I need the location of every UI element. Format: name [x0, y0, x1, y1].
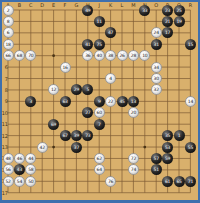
stone-white-14-R9[interactable]: 14	[185, 96, 196, 107]
stone-white-42-D13[interactable]: 42	[37, 142, 48, 153]
stone-white-66-A5[interactable]: 66	[3, 50, 14, 61]
hoshi-point	[143, 146, 146, 149]
column-label-O: O	[152, 2, 160, 8]
hoshi-point	[52, 54, 55, 57]
stone-black-37-G13[interactable]: 37	[71, 142, 82, 153]
stone-black-63-F9[interactable]: 63	[60, 96, 71, 107]
stone-black-69-E11[interactable]: 69	[48, 119, 59, 130]
stone-white-56-A15[interactable]: 56	[3, 164, 14, 175]
row-label-10: 10	[1, 110, 8, 116]
stone-black-31-O4[interactable]: 31	[151, 39, 162, 50]
stone-white-26-L5[interactable]: 26	[117, 50, 128, 61]
stone-white-54-B16[interactable]: 54	[14, 176, 25, 187]
stone-black-19-Q2[interactable]: 19	[174, 16, 185, 27]
stone-black-45-L9[interactable]: 45	[117, 96, 128, 107]
column-label-M: M	[129, 2, 137, 8]
stone-black-65-Q16[interactable]: 65	[174, 176, 185, 187]
stone-white-6-A3[interactable]: 6	[3, 27, 14, 38]
stone-white-16-F6[interactable]: 16	[60, 62, 71, 73]
stone-black-61-P16[interactable]: 61	[162, 176, 173, 187]
column-label-K: K	[107, 2, 115, 8]
column-label-J: J	[95, 2, 103, 8]
stone-white-52-A16[interactable]: 52	[3, 176, 14, 187]
row-label-11: 11	[1, 121, 8, 127]
stone-black-7-J11[interactable]: 7	[94, 119, 105, 130]
stone-white-30-O7[interactable]: 30	[151, 73, 162, 84]
stone-white-2-A1[interactable]: 2	[3, 5, 14, 16]
row-label-12: 12	[1, 133, 8, 139]
column-label-G: G	[72, 2, 80, 8]
stone-black-39-G12[interactable]: 39	[71, 130, 82, 141]
stone-white-24-O3[interactable]: 24	[151, 27, 162, 38]
stone-black-57-O14[interactable]: 57	[151, 153, 162, 164]
stone-black-15-R4[interactable]: 15	[185, 39, 196, 50]
stone-black-59-P14[interactable]: 59	[162, 153, 173, 164]
stone-white-8-A2[interactable]: 8	[3, 16, 14, 27]
stone-black-9-J9[interactable]: 9	[94, 96, 105, 107]
row-label-17: 17	[1, 190, 8, 196]
stone-white-46-B14[interactable]: 46	[14, 153, 25, 164]
column-label-C: C	[27, 2, 35, 8]
stone-black-33-N1[interactable]: 33	[139, 5, 150, 16]
stone-black-11-J2[interactable]: 11	[94, 16, 105, 27]
column-label-L: L	[118, 2, 126, 8]
row-label-7: 7	[1, 76, 8, 82]
go-board[interactable]: ABCDEFGHJKLMNOPQR12345678910111213141516…	[2, 2, 198, 200]
stone-white-60-J10[interactable]: 60	[94, 107, 105, 118]
row-label-6: 6	[1, 64, 8, 70]
row-label-13: 13	[1, 144, 8, 150]
stone-white-68-B5[interactable]: 68	[14, 50, 25, 61]
stone-black-21-P2[interactable]: 21	[162, 16, 173, 27]
stone-black-41-H4[interactable]: 41	[82, 39, 93, 50]
column-label-E: E	[50, 2, 58, 8]
stone-black-23-P1[interactable]: 23	[162, 5, 173, 16]
stone-white-22-K9[interactable]: 22	[105, 96, 116, 107]
row-label-9: 9	[1, 98, 8, 104]
stone-black-53-P13[interactable]: 53	[162, 142, 173, 153]
stone-black-13-M9[interactable]: 13	[128, 96, 139, 107]
stone-black-1-Q12[interactable]: 1	[174, 130, 185, 141]
column-label-R: R	[186, 2, 194, 8]
stone-white-48-A14[interactable]: 48	[3, 153, 14, 164]
stone-black-49-H1[interactable]: 49	[82, 5, 93, 16]
stone-white-62-J14[interactable]: 62	[94, 153, 105, 164]
hoshi-point	[52, 146, 55, 149]
stone-white-76-K16[interactable]: 76	[105, 176, 116, 187]
stone-black-71-R16[interactable]: 71	[185, 176, 196, 187]
column-label-D: D	[38, 2, 46, 8]
column-label-B: B	[15, 2, 23, 8]
go-app-window: ABCDEFGHJKLMNOPQR12345678910111213141516…	[0, 0, 200, 203]
row-label-8: 8	[1, 87, 8, 93]
column-label-F: F	[61, 2, 69, 8]
stone-white-28-M5[interactable]: 28	[128, 50, 139, 61]
stone-black-55-R13[interactable]: 55	[185, 142, 196, 153]
stone-black-25-Q1[interactable]: 25	[174, 5, 185, 16]
stone-black-75-J4[interactable]: 75	[94, 39, 105, 50]
stone-white-18-A4[interactable]: 18	[3, 39, 14, 50]
stone-white-40-J5[interactable]: 40	[94, 50, 105, 61]
stone-black-67-F12[interactable]: 67	[60, 130, 71, 141]
stone-white-72-M14[interactable]: 72	[128, 153, 139, 164]
stone-white-34-O6[interactable]: 34	[151, 62, 162, 73]
